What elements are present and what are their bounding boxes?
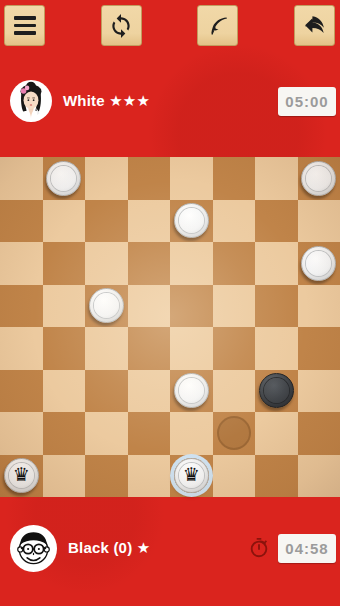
black-man[interactable]: [259, 373, 294, 408]
board-cell[interactable]: [298, 327, 340, 370]
checkers-board: ♛♛: [0, 157, 340, 497]
board-cell[interactable]: [255, 200, 298, 243]
board-cell[interactable]: [0, 157, 43, 200]
board-cell[interactable]: [170, 285, 213, 328]
board-cell[interactable]: [128, 157, 171, 200]
undo-icon: [302, 13, 327, 38]
board-cell[interactable]: ♛: [0, 455, 43, 498]
board-cell[interactable]: [255, 412, 298, 455]
board-cell[interactable]: [213, 285, 256, 328]
board-cell[interactable]: [298, 285, 340, 328]
white-clock: 05:00: [278, 87, 336, 116]
white-man[interactable]: [89, 288, 124, 323]
board-cell[interactable]: [85, 412, 128, 455]
board-cell[interactable]: [43, 200, 86, 243]
black-player-name: Black (0) ★: [68, 539, 150, 557]
player-row-black: Black (0) ★ 04:58: [10, 524, 336, 572]
menu-icon: [14, 16, 36, 35]
board-cell[interactable]: [170, 327, 213, 370]
board-cell[interactable]: [298, 200, 340, 243]
white-man[interactable]: [46, 161, 81, 196]
board-cell[interactable]: [255, 242, 298, 285]
boy-glasses-avatar: [10, 525, 57, 572]
board-cell[interactable]: [43, 370, 86, 413]
board-cell[interactable]: [170, 200, 213, 243]
board-cell[interactable]: [255, 455, 298, 498]
stopwatch-icon: [248, 537, 270, 559]
board-cell[interactable]: [0, 412, 43, 455]
board-cell[interactable]: [43, 157, 86, 200]
board-cell[interactable]: [170, 412, 213, 455]
board-cell[interactable]: [255, 370, 298, 413]
board-cell[interactable]: [43, 285, 86, 328]
white-king[interactable]: ♛: [174, 458, 209, 493]
board-cell[interactable]: [85, 200, 128, 243]
white-player-name: White ★★★: [63, 92, 150, 110]
board-cell[interactable]: [43, 412, 86, 455]
board-cell[interactable]: [128, 455, 171, 498]
board-cell[interactable]: [213, 200, 256, 243]
white-man[interactable]: [301, 246, 336, 281]
board-cell[interactable]: [85, 370, 128, 413]
board-cell[interactable]: [0, 327, 43, 370]
board-cell[interactable]: [85, 285, 128, 328]
board-cell[interactable]: [128, 327, 171, 370]
board-cell[interactable]: [128, 370, 171, 413]
undo-button[interactable]: [294, 5, 335, 46]
restart-button[interactable]: [101, 5, 142, 46]
white-man[interactable]: [174, 203, 209, 238]
board-cell[interactable]: [170, 370, 213, 413]
girl-avatar: [10, 80, 52, 122]
board-cell[interactable]: [85, 242, 128, 285]
black-clock: 04:58: [278, 534, 336, 563]
board-cell[interactable]: [128, 285, 171, 328]
board-cell[interactable]: [213, 412, 256, 455]
restart-icon: [108, 13, 134, 39]
board-cell[interactable]: [43, 327, 86, 370]
board-cell[interactable]: [298, 455, 340, 498]
board-cell[interactable]: [213, 455, 256, 498]
board-cell[interactable]: [298, 242, 340, 285]
board-cell[interactable]: [170, 157, 213, 200]
board-cell[interactable]: [298, 370, 340, 413]
board-cell[interactable]: [128, 412, 171, 455]
board-cell[interactable]: [170, 242, 213, 285]
player-row-white: White ★★★ 05:00: [10, 80, 336, 122]
white-man[interactable]: [301, 161, 336, 196]
board-cell[interactable]: [128, 200, 171, 243]
board-cell[interactable]: ♛: [170, 455, 213, 498]
board-cell[interactable]: [0, 370, 43, 413]
checkers-app-screen: White ★★★ 05:00 ♛♛ Black (0) ★: [0, 0, 340, 606]
board-cell[interactable]: [85, 455, 128, 498]
white-man[interactable]: [174, 373, 209, 408]
board-cell[interactable]: [85, 327, 128, 370]
hint-button[interactable]: [197, 5, 238, 46]
board-cell[interactable]: [85, 157, 128, 200]
board-cell[interactable]: [213, 157, 256, 200]
board-cell[interactable]: [298, 412, 340, 455]
move-hint-circle[interactable]: [217, 416, 251, 450]
king-crown-icon: ♛: [183, 465, 200, 484]
board-cell[interactable]: [255, 285, 298, 328]
board-cell[interactable]: [213, 327, 256, 370]
board-cell[interactable]: [255, 157, 298, 200]
board-cell[interactable]: [213, 370, 256, 413]
board-cell[interactable]: [213, 242, 256, 285]
menu-button[interactable]: [4, 5, 45, 46]
board-cell[interactable]: [298, 157, 340, 200]
white-king[interactable]: ♛: [4, 458, 39, 493]
board-cell[interactable]: [0, 285, 43, 328]
board-cell[interactable]: [43, 242, 86, 285]
board-cell[interactable]: [43, 455, 86, 498]
board-cell[interactable]: [0, 200, 43, 243]
board-cell[interactable]: [128, 242, 171, 285]
feather-icon: [206, 14, 230, 38]
board-cell[interactable]: [0, 242, 43, 285]
board-cell[interactable]: [255, 327, 298, 370]
king-crown-icon: ♛: [13, 465, 30, 484]
toolbar: [4, 5, 335, 46]
